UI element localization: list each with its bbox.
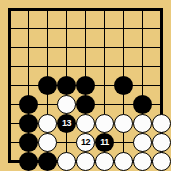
white-stone: 12 (76, 133, 95, 152)
empty-intersection[interactable] (19, 76, 38, 95)
empty-intersection[interactable] (152, 76, 171, 95)
black-stone (38, 76, 57, 95)
white-stone (133, 114, 152, 133)
board-cell (76, 76, 95, 95)
empty-intersection[interactable] (0, 95, 19, 114)
black-stone (114, 76, 133, 95)
white-stone (152, 152, 171, 171)
black-stone: 13 (57, 114, 76, 133)
white-stone (133, 152, 152, 171)
board-cell (19, 114, 38, 133)
empty-intersection[interactable] (114, 133, 133, 152)
black-stone (76, 95, 95, 114)
empty-intersection[interactable] (133, 0, 152, 19)
board-cell (76, 114, 95, 133)
black-stone (133, 95, 152, 114)
empty-intersection[interactable] (57, 133, 76, 152)
move-number-label: 11 (100, 138, 109, 147)
board-cell (57, 152, 76, 171)
white-stone (95, 152, 114, 171)
board-cell (38, 114, 57, 133)
board-cell (152, 152, 171, 171)
board-cell (95, 114, 114, 133)
black-stone (57, 76, 76, 95)
board-cell (76, 152, 95, 171)
empty-intersection[interactable] (76, 0, 95, 19)
empty-intersection[interactable] (19, 0, 38, 19)
empty-intersection[interactable] (0, 19, 19, 38)
white-stone (133, 133, 152, 152)
white-stone (76, 152, 95, 171)
empty-intersection[interactable] (133, 19, 152, 38)
empty-intersection[interactable] (38, 19, 57, 38)
empty-intersection[interactable] (57, 0, 76, 19)
board-cell (38, 76, 57, 95)
empty-intersection[interactable] (38, 0, 57, 19)
empty-intersection[interactable] (133, 38, 152, 57)
board-cell (19, 152, 38, 171)
board-cell (76, 95, 95, 114)
empty-intersection[interactable] (38, 38, 57, 57)
black-stone: 11 (95, 133, 114, 152)
black-stone (19, 133, 38, 152)
empty-intersection[interactable] (76, 57, 95, 76)
board-cell (133, 152, 152, 171)
board-cell: 11 (95, 133, 114, 152)
empty-intersection[interactable] (114, 95, 133, 114)
empty-intersection[interactable] (114, 57, 133, 76)
empty-intersection[interactable] (76, 19, 95, 38)
empty-intersection[interactable] (0, 114, 19, 133)
empty-intersection[interactable] (57, 57, 76, 76)
go-board: 131211 (0, 0, 171, 171)
move-number-label: 12 (81, 138, 90, 147)
empty-intersection[interactable] (57, 38, 76, 57)
board-cell (152, 133, 171, 152)
empty-intersection[interactable] (57, 19, 76, 38)
empty-intersection[interactable] (95, 57, 114, 76)
empty-intersection[interactable] (95, 38, 114, 57)
go-board-diagram: 131211 (0, 0, 171, 171)
board-cell (152, 114, 171, 133)
empty-intersection[interactable] (152, 57, 171, 76)
black-stone (19, 152, 38, 171)
white-stone (114, 114, 133, 133)
board-cell (133, 95, 152, 114)
empty-intersection[interactable] (152, 19, 171, 38)
empty-intersection[interactable] (0, 133, 19, 152)
board-cell (19, 133, 38, 152)
empty-intersection[interactable] (19, 38, 38, 57)
black-stone (19, 114, 38, 133)
empty-intersection[interactable] (76, 38, 95, 57)
white-stone (76, 114, 95, 133)
board-cell: 12 (76, 133, 95, 152)
empty-intersection[interactable] (38, 57, 57, 76)
white-stone (152, 114, 171, 133)
empty-intersection[interactable] (152, 0, 171, 19)
white-stone (38, 133, 57, 152)
empty-intersection[interactable] (95, 76, 114, 95)
empty-intersection[interactable] (95, 0, 114, 19)
empty-intersection[interactable] (133, 57, 152, 76)
empty-intersection[interactable] (114, 38, 133, 57)
empty-intersection[interactable] (0, 57, 19, 76)
empty-intersection[interactable] (0, 38, 19, 57)
empty-intersection[interactable] (19, 57, 38, 76)
empty-intersection[interactable] (152, 95, 171, 114)
move-number-label: 13 (62, 119, 71, 128)
empty-intersection[interactable] (95, 95, 114, 114)
white-stone (95, 114, 114, 133)
white-stone (57, 95, 76, 114)
board-cell (57, 95, 76, 114)
empty-intersection[interactable] (0, 152, 19, 171)
black-stone (76, 76, 95, 95)
white-stone (114, 152, 133, 171)
empty-intersection[interactable] (114, 19, 133, 38)
board-cell (19, 95, 38, 114)
empty-intersection[interactable] (38, 95, 57, 114)
board-cell (133, 133, 152, 152)
empty-intersection[interactable] (152, 38, 171, 57)
white-stone (152, 133, 171, 152)
empty-intersection[interactable] (133, 76, 152, 95)
black-stone (19, 95, 38, 114)
board-cell (38, 152, 57, 171)
white-stone (57, 152, 76, 171)
board-cell (38, 133, 57, 152)
board-cell: 13 (57, 114, 76, 133)
empty-intersection[interactable] (0, 0, 19, 19)
empty-intersection[interactable] (95, 19, 114, 38)
empty-intersection[interactable] (0, 76, 19, 95)
board-cell (57, 76, 76, 95)
white-stone (38, 114, 57, 133)
empty-intersection[interactable] (114, 0, 133, 19)
black-stone (38, 152, 57, 171)
board-cell (114, 76, 133, 95)
board-cell (114, 114, 133, 133)
board-cell (114, 152, 133, 171)
board-cell (95, 152, 114, 171)
board-cell (133, 114, 152, 133)
empty-intersection[interactable] (19, 19, 38, 38)
